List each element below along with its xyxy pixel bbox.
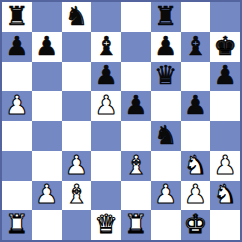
chess-board-frame: ♜♞♜♟♟♝♟♝♚♟♛♟♟♟♟♟♞♟♝♞♟♟♝♟♟♞♜♛♜♚ — [0, 0, 242, 242]
black-bishop: ♝ — [184, 33, 207, 59]
white-pawn: ♟ — [94, 92, 117, 118]
black-rook: ♜ — [154, 3, 177, 29]
square-c2[interactable]: ♝ — [62, 181, 92, 211]
square-e7[interactable] — [121, 32, 151, 62]
square-b3[interactable] — [32, 151, 62, 181]
square-f3[interactable] — [151, 151, 181, 181]
square-f7[interactable]: ♟ — [151, 32, 181, 62]
square-d7[interactable]: ♝ — [91, 32, 121, 62]
square-e1[interactable]: ♜ — [121, 210, 151, 240]
square-a8[interactable]: ♜ — [2, 2, 32, 32]
square-g6[interactable] — [181, 62, 211, 92]
square-c7[interactable] — [62, 32, 92, 62]
black-king: ♚ — [213, 33, 236, 59]
square-h8[interactable] — [210, 2, 240, 32]
square-e2[interactable] — [121, 181, 151, 211]
square-h7[interactable]: ♚ — [210, 32, 240, 62]
black-pawn: ♟ — [213, 62, 236, 88]
square-h6[interactable]: ♟ — [210, 62, 240, 92]
square-h4[interactable] — [210, 121, 240, 151]
square-b4[interactable] — [32, 121, 62, 151]
square-d1[interactable]: ♛ — [91, 210, 121, 240]
square-e5[interactable]: ♟ — [121, 91, 151, 121]
square-b5[interactable] — [32, 91, 62, 121]
square-g1[interactable]: ♚ — [181, 210, 211, 240]
black-bishop: ♝ — [94, 33, 117, 59]
square-e8[interactable] — [121, 2, 151, 32]
square-a6[interactable] — [2, 62, 32, 92]
square-e3[interactable]: ♝ — [121, 151, 151, 181]
square-c6[interactable] — [62, 62, 92, 92]
square-g8[interactable] — [181, 2, 211, 32]
black-knight: ♞ — [154, 122, 177, 148]
white-knight: ♞ — [184, 152, 207, 178]
square-g2[interactable]: ♟ — [181, 181, 211, 211]
white-king: ♚ — [184, 211, 207, 237]
square-f2[interactable]: ♟ — [151, 181, 181, 211]
white-rook: ♜ — [124, 211, 147, 237]
white-knight: ♞ — [213, 181, 236, 207]
square-g7[interactable]: ♝ — [181, 32, 211, 62]
white-queen: ♛ — [94, 211, 117, 237]
square-g5[interactable]: ♟ — [181, 91, 211, 121]
white-pawn: ♟ — [154, 181, 177, 207]
square-f1[interactable] — [151, 210, 181, 240]
square-b6[interactable] — [32, 62, 62, 92]
square-c1[interactable] — [62, 210, 92, 240]
square-h3[interactable]: ♟ — [210, 151, 240, 181]
square-f8[interactable]: ♜ — [151, 2, 181, 32]
square-a1[interactable]: ♜ — [2, 210, 32, 240]
black-knight: ♞ — [65, 3, 88, 29]
white-bishop: ♝ — [65, 181, 88, 207]
square-a3[interactable] — [2, 151, 32, 181]
square-e6[interactable] — [121, 62, 151, 92]
square-f4[interactable]: ♞ — [151, 121, 181, 151]
white-pawn: ♟ — [184, 181, 207, 207]
square-b2[interactable]: ♟ — [32, 181, 62, 211]
square-e4[interactable] — [121, 121, 151, 151]
black-pawn: ♟ — [94, 62, 117, 88]
square-f6[interactable]: ♛ — [151, 62, 181, 92]
white-rook: ♜ — [5, 211, 28, 237]
square-a2[interactable] — [2, 181, 32, 211]
square-h1[interactable] — [210, 210, 240, 240]
white-pawn: ♟ — [5, 92, 28, 118]
black-rook: ♜ — [5, 3, 28, 29]
square-c8[interactable]: ♞ — [62, 2, 92, 32]
square-h5[interactable] — [210, 91, 240, 121]
square-g4[interactable] — [181, 121, 211, 151]
square-g3[interactable]: ♞ — [181, 151, 211, 181]
white-pawn: ♟ — [65, 152, 88, 178]
square-d6[interactable]: ♟ — [91, 62, 121, 92]
chess-board: ♜♞♜♟♟♝♟♝♚♟♛♟♟♟♟♟♞♟♝♞♟♟♝♟♟♞♜♛♜♚ — [2, 2, 240, 240]
square-c4[interactable] — [62, 121, 92, 151]
square-c5[interactable] — [62, 91, 92, 121]
square-a7[interactable]: ♟ — [2, 32, 32, 62]
black-pawn: ♟ — [184, 92, 207, 118]
square-c3[interactable]: ♟ — [62, 151, 92, 181]
square-b7[interactable]: ♟ — [32, 32, 62, 62]
square-d5[interactable]: ♟ — [91, 91, 121, 121]
black-pawn: ♟ — [124, 92, 147, 118]
square-d2[interactable] — [91, 181, 121, 211]
black-pawn: ♟ — [154, 33, 177, 59]
black-pawn: ♟ — [5, 33, 28, 59]
square-b8[interactable] — [32, 2, 62, 32]
square-d4[interactable] — [91, 121, 121, 151]
square-f5[interactable] — [151, 91, 181, 121]
square-b1[interactable] — [32, 210, 62, 240]
white-pawn: ♟ — [35, 181, 58, 207]
white-pawn: ♟ — [213, 152, 236, 178]
black-pawn: ♟ — [35, 33, 58, 59]
white-bishop: ♝ — [124, 152, 147, 178]
square-d8[interactable] — [91, 2, 121, 32]
square-a4[interactable] — [2, 121, 32, 151]
square-d3[interactable] — [91, 151, 121, 181]
square-h2[interactable]: ♞ — [210, 181, 240, 211]
black-queen: ♛ — [154, 62, 177, 88]
square-a5[interactable]: ♟ — [2, 91, 32, 121]
